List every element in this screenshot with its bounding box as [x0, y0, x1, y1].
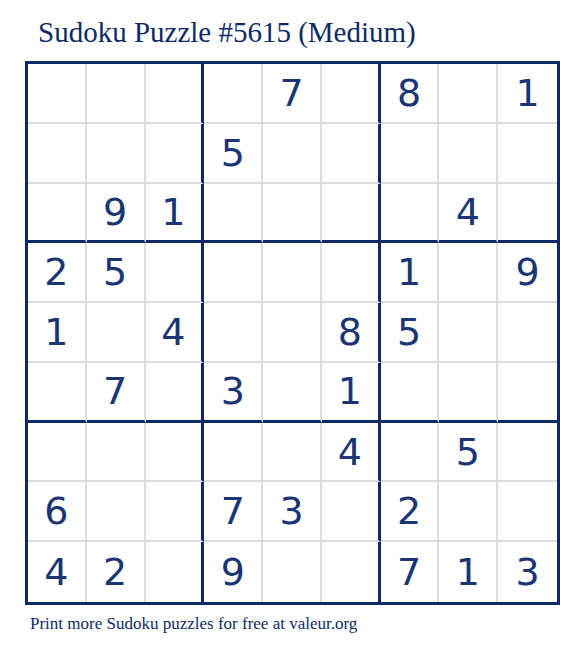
- sudoku-cell-r2c6: [322, 124, 381, 184]
- sudoku-cell-r5c7: 5: [381, 303, 440, 363]
- sudoku-cell-r1c7: 8: [381, 64, 440, 124]
- sudoku-cell-r7c5: [263, 423, 322, 483]
- sudoku-cell-r6c9: [498, 363, 557, 423]
- sudoku-cell-r4c3: [146, 243, 205, 303]
- sudoku-cell-r9c8: 1: [439, 542, 498, 602]
- sudoku-cell-r1c1: [28, 64, 87, 124]
- sudoku-cell-r2c7: [381, 124, 440, 184]
- sudoku-cell-r7c6: 4: [322, 423, 381, 483]
- sudoku-cell-r2c5: [263, 124, 322, 184]
- sudoku-cell-r4c5: [263, 243, 322, 303]
- sudoku-cell-r8c9: [498, 482, 557, 542]
- sudoku-cell-r8c1: 6: [28, 482, 87, 542]
- sudoku-cell-r5c3: 4: [146, 303, 205, 363]
- sudoku-cell-r8c6: [322, 482, 381, 542]
- sudoku-cell-r5c5: [263, 303, 322, 363]
- sudoku-cell-r9c1: 4: [28, 542, 87, 602]
- sudoku-cell-r3c4: [204, 184, 263, 244]
- sudoku-cell-r9c5: [263, 542, 322, 602]
- footer-text: Print more Sudoku puzzles for free at va…: [30, 614, 357, 634]
- sudoku-cell-r5c2: [87, 303, 146, 363]
- sudoku-cell-r2c9: [498, 124, 557, 184]
- sudoku-grid: 781591425191485731456732429713: [25, 61, 560, 605]
- sudoku-cell-r6c4: 3: [204, 363, 263, 423]
- sudoku-cell-r3c7: [381, 184, 440, 244]
- sudoku-cell-r9c3: [146, 542, 205, 602]
- sudoku-cell-r3c3: 1: [146, 184, 205, 244]
- sudoku-cell-r7c9: [498, 423, 557, 483]
- sudoku-cell-r5c8: [439, 303, 498, 363]
- sudoku-cell-r7c2: [87, 423, 146, 483]
- sudoku-cell-r9c9: 3: [498, 542, 557, 602]
- sudoku-cell-r4c6: [322, 243, 381, 303]
- sudoku-cell-r9c7: 7: [381, 542, 440, 602]
- sudoku-cell-r6c7: [381, 363, 440, 423]
- sudoku-cell-r1c3: [146, 64, 205, 124]
- sudoku-cell-r1c9: 1: [498, 64, 557, 124]
- sudoku-cell-r1c5: 7: [263, 64, 322, 124]
- sudoku-cell-r2c8: [439, 124, 498, 184]
- sudoku-cell-r6c2: 7: [87, 363, 146, 423]
- sudoku-cell-r9c6: [322, 542, 381, 602]
- sudoku-cell-r4c7: 1: [381, 243, 440, 303]
- sudoku-cell-r1c2: [87, 64, 146, 124]
- sudoku-cell-r6c6: 1: [322, 363, 381, 423]
- sudoku-cell-r6c8: [439, 363, 498, 423]
- sudoku-cell-r1c4: [204, 64, 263, 124]
- sudoku-cell-r5c6: 8: [322, 303, 381, 363]
- sudoku-cell-r5c4: [204, 303, 263, 363]
- sudoku-cell-r4c9: 9: [498, 243, 557, 303]
- sudoku-cell-r5c9: [498, 303, 557, 363]
- sudoku-cell-r3c2: 9: [87, 184, 146, 244]
- sudoku-cell-r8c7: 2: [381, 482, 440, 542]
- sudoku-cell-r7c8: 5: [439, 423, 498, 483]
- sudoku-cell-r7c3: [146, 423, 205, 483]
- sudoku-cell-r7c4: [204, 423, 263, 483]
- sudoku-cell-r6c1: [28, 363, 87, 423]
- sudoku-cell-r2c1: [28, 124, 87, 184]
- sudoku-cell-r3c5: [263, 184, 322, 244]
- sudoku-cell-r4c8: [439, 243, 498, 303]
- sudoku-cell-r1c8: [439, 64, 498, 124]
- sudoku-cell-r3c1: [28, 184, 87, 244]
- sudoku-cell-r2c4: 5: [204, 124, 263, 184]
- sudoku-cell-r6c3: [146, 363, 205, 423]
- sudoku-cell-r4c2: 5: [87, 243, 146, 303]
- sudoku-cell-r3c8: 4: [439, 184, 498, 244]
- sudoku-cell-r9c2: 2: [87, 542, 146, 602]
- sudoku-cell-r7c1: [28, 423, 87, 483]
- sudoku-cell-r4c4: [204, 243, 263, 303]
- sudoku-cell-r3c9: [498, 184, 557, 244]
- sudoku-cell-r1c6: [322, 64, 381, 124]
- sudoku-cell-r8c2: [87, 482, 146, 542]
- sudoku-cell-r6c5: [263, 363, 322, 423]
- sudoku-cell-r8c8: [439, 482, 498, 542]
- sudoku-cell-r8c5: 3: [263, 482, 322, 542]
- sudoku-cell-r9c4: 9: [204, 542, 263, 602]
- sudoku-cell-r8c4: 7: [204, 482, 263, 542]
- sudoku-cell-r3c6: [322, 184, 381, 244]
- sudoku-cell-r8c3: [146, 482, 205, 542]
- page-title: Sudoku Puzzle #5615 (Medium): [38, 16, 416, 49]
- sudoku-cell-r5c1: 1: [28, 303, 87, 363]
- sudoku-cell-r2c2: [87, 124, 146, 184]
- sudoku-cell-r4c1: 2: [28, 243, 87, 303]
- sudoku-cell-r7c7: [381, 423, 440, 483]
- sudoku-cell-r2c3: [146, 124, 205, 184]
